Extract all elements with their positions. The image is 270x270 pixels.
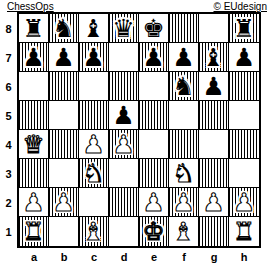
square-b5 xyxy=(49,101,79,130)
file-label-a: a xyxy=(19,249,49,264)
square-g1 xyxy=(199,217,229,246)
square-d5: ♟ xyxy=(109,101,139,130)
square-f5 xyxy=(169,101,199,130)
square-a7: ♟ xyxy=(19,43,49,72)
square-b2: ♟ xyxy=(49,188,79,217)
piece-black-king: ♚ xyxy=(142,16,164,41)
rank-label-6: 6 xyxy=(0,72,17,101)
square-a1: ♜ xyxy=(19,217,49,246)
title-link[interactable]: ChessOps xyxy=(7,1,54,12)
square-c3: ♞ xyxy=(79,159,109,188)
square-c1: ♝ xyxy=(79,217,109,246)
square-a5 xyxy=(19,101,49,130)
credit-link[interactable]: © EUdesign xyxy=(213,1,267,12)
square-g2: ♟ xyxy=(199,188,229,217)
square-a4: ♛ xyxy=(19,130,49,159)
piece-black-queen: ♛ xyxy=(112,16,134,41)
square-g4 xyxy=(199,130,229,159)
piece-white-pawn: ♟ xyxy=(112,132,134,157)
rank-label-3: 3 xyxy=(0,159,17,188)
square-f6: ♞ xyxy=(169,72,199,101)
piece-black-bishop: ♝ xyxy=(82,16,104,41)
rank-label-8: 8 xyxy=(0,14,17,43)
square-d8: ♛ xyxy=(109,14,139,43)
piece-black-pawn: ♟ xyxy=(82,45,104,70)
piece-black-bishop: ♝ xyxy=(202,45,224,70)
board-area: 87654321 ♜♞♝♛♚♜♟♟♟♟♟♝♟♞♟♟♛♟♟♞♞♟♟♟♟♟♟♜♝♚♝… xyxy=(0,12,270,264)
piece-white-queen: ♛ xyxy=(22,132,44,157)
square-g7: ♝ xyxy=(199,43,229,72)
square-a6 xyxy=(19,72,49,101)
square-h2: ♟ xyxy=(229,188,259,217)
square-e4 xyxy=(139,130,169,159)
rank-label-2: 2 xyxy=(0,188,17,217)
square-d6 xyxy=(109,72,139,101)
square-c8: ♝ xyxy=(79,14,109,43)
piece-black-rook: ♜ xyxy=(22,16,44,41)
piece-white-pawn: ♟ xyxy=(52,190,74,215)
file-label-d: d xyxy=(109,249,139,264)
rank-label-5: 5 xyxy=(0,101,17,130)
piece-white-pawn: ♟ xyxy=(142,190,164,215)
square-a3 xyxy=(19,159,49,188)
square-e7: ♟ xyxy=(139,43,169,72)
square-c6 xyxy=(79,72,109,101)
piece-white-pawn: ♟ xyxy=(172,190,194,215)
file-label-c: c xyxy=(79,249,109,264)
piece-white-pawn: ♟ xyxy=(22,190,44,215)
square-b6 xyxy=(49,72,79,101)
square-c4: ♟ xyxy=(79,130,109,159)
piece-white-knight: ♞ xyxy=(172,161,194,186)
piece-white-rook: ♜ xyxy=(22,219,44,244)
square-c5 xyxy=(79,101,109,130)
square-d1 xyxy=(109,217,139,246)
square-f1: ♝ xyxy=(169,217,199,246)
piece-black-pawn: ♟ xyxy=(172,45,194,70)
piece-white-bishop: ♝ xyxy=(82,219,104,244)
header: ChessOps © EUdesign xyxy=(0,0,270,12)
square-c7: ♟ xyxy=(79,43,109,72)
square-g8 xyxy=(199,14,229,43)
square-f8 xyxy=(169,14,199,43)
square-g5 xyxy=(199,101,229,130)
square-h5 xyxy=(229,101,259,130)
square-c2 xyxy=(79,188,109,217)
piece-white-king: ♚ xyxy=(142,219,164,244)
square-h1: ♜ xyxy=(229,217,259,246)
rank-label-7: 7 xyxy=(0,43,17,72)
file-label-f: f xyxy=(169,249,199,264)
square-b8: ♞ xyxy=(49,14,79,43)
square-d7 xyxy=(109,43,139,72)
square-f3: ♞ xyxy=(169,159,199,188)
piece-black-knight: ♞ xyxy=(52,16,74,41)
square-g6: ♟ xyxy=(199,72,229,101)
square-d4: ♟ xyxy=(109,130,139,159)
piece-white-pawn: ♟ xyxy=(202,190,224,215)
square-e5 xyxy=(139,101,169,130)
file-labels: abcdefgh xyxy=(19,248,261,264)
square-f7: ♟ xyxy=(169,43,199,72)
piece-black-pawn: ♟ xyxy=(233,45,255,70)
square-e3 xyxy=(139,159,169,188)
square-h8: ♜ xyxy=(229,14,259,43)
square-b7: ♟ xyxy=(49,43,79,72)
square-b3 xyxy=(49,159,79,188)
chess-board: ♜♞♝♛♚♜♟♟♟♟♟♝♟♞♟♟♛♟♟♞♞♟♟♟♟♟♟♜♝♚♝♜ xyxy=(17,12,261,248)
piece-black-pawn: ♟ xyxy=(112,103,134,128)
file-label-e: e xyxy=(139,249,169,264)
file-label-b: b xyxy=(49,249,79,264)
square-h6 xyxy=(229,72,259,101)
rank-label-4: 4 xyxy=(0,130,17,159)
piece-white-rook: ♜ xyxy=(233,219,255,244)
piece-black-pawn: ♟ xyxy=(22,45,44,70)
square-b1 xyxy=(49,217,79,246)
square-h4 xyxy=(229,130,259,159)
piece-white-pawn: ♟ xyxy=(82,132,104,157)
piece-white-pawn: ♟ xyxy=(233,190,255,215)
piece-black-pawn: ♟ xyxy=(202,74,224,99)
square-h7: ♟ xyxy=(229,43,259,72)
file-label-h: h xyxy=(229,249,259,264)
square-d2 xyxy=(109,188,139,217)
square-f2: ♟ xyxy=(169,188,199,217)
piece-white-bishop: ♝ xyxy=(172,219,194,244)
square-e2: ♟ xyxy=(139,188,169,217)
square-h3 xyxy=(229,159,259,188)
square-a8: ♜ xyxy=(19,14,49,43)
square-e8: ♚ xyxy=(139,14,169,43)
square-b4 xyxy=(49,130,79,159)
square-d3 xyxy=(109,159,139,188)
rank-label-1: 1 xyxy=(0,217,17,246)
rank-labels: 87654321 xyxy=(0,12,17,248)
square-e1: ♚ xyxy=(139,217,169,246)
square-a2: ♟ xyxy=(19,188,49,217)
file-label-g: g xyxy=(199,249,229,264)
chessops-page: ChessOps © EUdesign 87654321 ♜♞♝♛♚♜♟♟♟♟♟… xyxy=(0,0,270,270)
piece-black-pawn: ♟ xyxy=(52,45,74,70)
square-f4 xyxy=(169,130,199,159)
piece-black-knight: ♞ xyxy=(172,74,194,99)
square-e6 xyxy=(139,72,169,101)
piece-black-pawn: ♟ xyxy=(142,45,164,70)
square-g3 xyxy=(199,159,229,188)
piece-black-rook: ♜ xyxy=(233,16,255,41)
piece-white-knight: ♞ xyxy=(82,161,104,186)
